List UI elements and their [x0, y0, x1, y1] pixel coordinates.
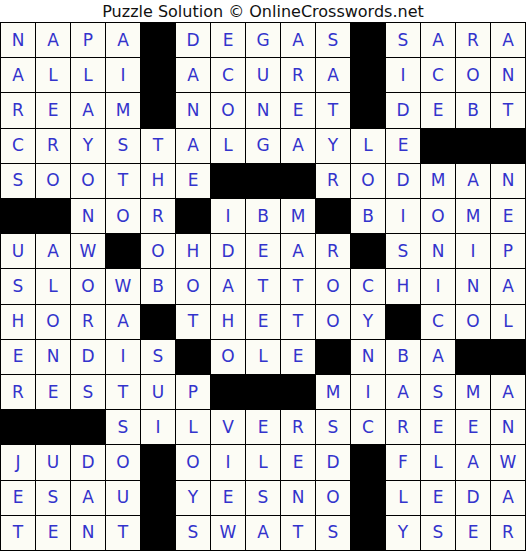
grid-cell[interactable]: N: [71, 516, 105, 550]
grid-cell[interactable]: L: [491, 305, 525, 339]
grid-cell[interactable]: N: [491, 58, 525, 92]
grid-cell[interactable]: R: [36, 129, 70, 163]
grid-cell[interactable]: A: [316, 58, 350, 92]
grid-cell[interactable]: S: [316, 410, 350, 444]
grid-cell[interactable]: E: [456, 410, 490, 444]
grid-cell[interactable]: E: [421, 410, 455, 444]
grid-cell[interactable]: W: [211, 516, 245, 550]
grid-cell[interactable]: M: [456, 199, 490, 233]
block-cell: [141, 481, 175, 515]
grid-cell[interactable]: L: [71, 58, 105, 92]
grid-cell[interactable]: E: [1, 340, 35, 374]
grid-cell[interactable]: O: [141, 234, 175, 268]
grid-cell[interactable]: O: [421, 199, 455, 233]
grid-cell[interactable]: Y: [386, 516, 420, 550]
block-cell: [351, 516, 385, 550]
grid-cell[interactable]: A: [246, 516, 280, 550]
block-cell: [351, 234, 385, 268]
block-cell: [351, 93, 385, 127]
grid-cell[interactable]: T: [281, 269, 315, 303]
block-cell: [421, 129, 455, 163]
grid-cell[interactable]: B: [351, 199, 385, 233]
grid-cell[interactable]: C: [1, 129, 35, 163]
grid-cell[interactable]: E: [1, 481, 35, 515]
grid-cell[interactable]: W: [106, 269, 140, 303]
grid-cell[interactable]: R: [386, 410, 420, 444]
block-cell: [281, 164, 315, 198]
block-cell: [36, 410, 70, 444]
grid-cell[interactable]: M: [456, 375, 490, 409]
grid-cell[interactable]: W: [71, 234, 105, 268]
grid-cell[interactable]: B: [456, 93, 490, 127]
grid-cell[interactable]: A: [421, 23, 455, 57]
grid-cell[interactable]: H: [176, 234, 210, 268]
grid-cell[interactable]: O: [176, 445, 210, 479]
grid-cell[interactable]: D: [386, 164, 420, 198]
grid-cell[interactable]: E: [421, 481, 455, 515]
grid-cell[interactable]: E: [36, 375, 70, 409]
grid-cell[interactable]: L: [36, 58, 70, 92]
grid-cell[interactable]: V: [211, 410, 245, 444]
grid-cell[interactable]: H: [1, 305, 35, 339]
grid-cell[interactable]: N: [491, 410, 525, 444]
grid-cell[interactable]: T: [491, 93, 525, 127]
grid-cell[interactable]: E: [176, 164, 210, 198]
grid-cell[interactable]: C: [351, 269, 385, 303]
grid-cell[interactable]: N: [421, 234, 455, 268]
grid-cell[interactable]: J: [1, 445, 35, 479]
block-cell: [106, 234, 140, 268]
grid-cell[interactable]: D: [71, 445, 105, 479]
block-cell: [71, 410, 105, 444]
grid-cell[interactable]: T: [141, 129, 175, 163]
grid-cell[interactable]: Y: [71, 129, 105, 163]
block-cell: [141, 58, 175, 92]
grid-cell[interactable]: N: [1, 23, 35, 57]
grid-cell[interactable]: B: [246, 199, 280, 233]
block-cell: [211, 375, 245, 409]
grid-cell[interactable]: S: [316, 516, 350, 550]
grid-cell[interactable]: N: [36, 340, 70, 374]
grid-cell[interactable]: B: [386, 340, 420, 374]
grid-cell[interactable]: E: [246, 234, 280, 268]
grid-cell[interactable]: P: [491, 234, 525, 268]
grid-cell[interactable]: N: [491, 164, 525, 198]
block-cell: [456, 340, 490, 374]
grid-cell[interactable]: R: [71, 305, 105, 339]
page-title: Puzzle Solution © OnlineCrosswords.net: [0, 0, 526, 22]
block-cell: [281, 375, 315, 409]
grid-cell[interactable]: I: [386, 58, 420, 92]
grid-cell[interactable]: A: [491, 269, 525, 303]
grid-cell[interactable]: E: [386, 129, 420, 163]
grid-cell[interactable]: I: [351, 375, 385, 409]
grid-cell[interactable]: T: [246, 269, 280, 303]
grid-cell[interactable]: S: [1, 269, 35, 303]
grid-cell[interactable]: L: [246, 340, 280, 374]
grid-cell[interactable]: E: [456, 516, 490, 550]
grid-cell[interactable]: L: [246, 445, 280, 479]
grid-cell[interactable]: U: [106, 481, 140, 515]
grid-cell[interactable]: S: [106, 129, 140, 163]
grid-cell[interactable]: E: [36, 93, 70, 127]
grid-cell[interactable]: D: [211, 234, 245, 268]
grid-cell[interactable]: O: [211, 93, 245, 127]
grid-cell[interactable]: U: [246, 58, 280, 92]
grid-cell[interactable]: E: [246, 410, 280, 444]
grid-cell[interactable]: C: [211, 58, 245, 92]
grid-cell[interactable]: N: [246, 93, 280, 127]
grid-cell[interactable]: A: [456, 164, 490, 198]
grid-cell[interactable]: R: [281, 58, 315, 92]
grid-cell[interactable]: O: [316, 481, 350, 515]
grid-cell[interactable]: L: [36, 269, 70, 303]
grid-cell[interactable]: S: [71, 375, 105, 409]
grid-cell[interactable]: D: [71, 340, 105, 374]
grid-cell[interactable]: E: [211, 23, 245, 57]
grid-cell[interactable]: S: [36, 481, 70, 515]
grid-cell[interactable]: A: [491, 375, 525, 409]
block-cell: [1, 410, 35, 444]
grid-cell[interactable]: S: [176, 516, 210, 550]
grid-cell[interactable]: T: [106, 375, 140, 409]
grid-cell[interactable]: N: [456, 269, 490, 303]
block-cell: [316, 199, 350, 233]
grid-cell[interactable]: R: [316, 164, 350, 198]
grid-cell[interactable]: L: [386, 481, 420, 515]
grid-cell[interactable]: I: [141, 410, 175, 444]
grid-cell[interactable]: R: [456, 23, 490, 57]
grid-cell[interactable]: L: [421, 445, 455, 479]
grid-cell[interactable]: A: [71, 481, 105, 515]
grid-cell[interactable]: L: [176, 410, 210, 444]
grid-cell[interactable]: A: [106, 305, 140, 339]
grid-cell[interactable]: P: [71, 23, 105, 57]
grid-cell[interactable]: R: [316, 234, 350, 268]
grid-cell[interactable]: Y: [316, 129, 350, 163]
grid-cell[interactable]: S: [421, 516, 455, 550]
grid-cell[interactable]: E: [281, 445, 315, 479]
grid-cell[interactable]: L: [351, 129, 385, 163]
grid-cell[interactable]: T: [281, 516, 315, 550]
grid-cell[interactable]: A: [36, 234, 70, 268]
block-cell: [456, 129, 490, 163]
grid-cell[interactable]: O: [176, 269, 210, 303]
grid-cell[interactable]: T: [316, 93, 350, 127]
grid-cell[interactable]: W: [491, 445, 525, 479]
grid-cell[interactable]: A: [71, 93, 105, 127]
grid-cell[interactable]: A: [36, 23, 70, 57]
grid-cell[interactable]: L: [211, 129, 245, 163]
block-cell: [141, 445, 175, 479]
grid-cell[interactable]: C: [421, 58, 455, 92]
grid-cell[interactable]: M: [421, 164, 455, 198]
grid-cell[interactable]: I: [211, 199, 245, 233]
grid-cell[interactable]: N: [281, 481, 315, 515]
grid-cell[interactable]: U: [141, 375, 175, 409]
grid-cell[interactable]: S: [386, 234, 420, 268]
grid-cell[interactable]: S: [316, 23, 350, 57]
grid-cell[interactable]: G: [246, 129, 280, 163]
block-cell: [1, 199, 35, 233]
block-cell: [211, 164, 245, 198]
grid-cell[interactable]: O: [71, 164, 105, 198]
grid-cell[interactable]: A: [281, 23, 315, 57]
grid-cell[interactable]: D: [316, 445, 350, 479]
grid-cell[interactable]: O: [456, 58, 490, 92]
grid-cell[interactable]: N: [176, 93, 210, 127]
grid-cell[interactable]: O: [106, 199, 140, 233]
grid-cell[interactable]: E: [281, 93, 315, 127]
grid-cell[interactable]: A: [281, 129, 315, 163]
grid-cell[interactable]: R: [1, 375, 35, 409]
grid-cell[interactable]: H: [386, 269, 420, 303]
grid-cell[interactable]: A: [386, 375, 420, 409]
grid-cell[interactable]: E: [211, 481, 245, 515]
grid-cell[interactable]: U: [36, 445, 70, 479]
grid-cell[interactable]: S: [1, 164, 35, 198]
grid-cell[interactable]: E: [281, 340, 315, 374]
grid-cell[interactable]: O: [106, 445, 140, 479]
block-cell: [246, 164, 280, 198]
grid-cell[interactable]: E: [421, 93, 455, 127]
grid-cell[interactable]: S: [141, 340, 175, 374]
grid-cell[interactable]: M: [106, 93, 140, 127]
grid-cell[interactable]: O: [71, 269, 105, 303]
grid-cell[interactable]: T: [1, 516, 35, 550]
grid-cell[interactable]: I: [421, 269, 455, 303]
block-cell: [351, 23, 385, 57]
block-cell: [141, 93, 175, 127]
grid-cell[interactable]: N: [71, 199, 105, 233]
grid-cell[interactable]: D: [456, 481, 490, 515]
grid-cell[interactable]: H: [141, 164, 175, 198]
grid-cell[interactable]: R: [491, 516, 525, 550]
grid-cell[interactable]: A: [106, 23, 140, 57]
grid-cell[interactable]: B: [141, 269, 175, 303]
block-cell: [351, 481, 385, 515]
grid-cell[interactable]: A: [176, 129, 210, 163]
block-cell: [316, 340, 350, 374]
grid-cell[interactable]: D: [176, 23, 210, 57]
grid-cell[interactable]: D: [386, 93, 420, 127]
block-cell: [141, 516, 175, 550]
crossword-grid: NAPADEGASSARAALLIACURAICONREAMNONETDEBTC…: [0, 22, 526, 551]
block-cell: [246, 375, 280, 409]
grid-cell[interactable]: I: [106, 340, 140, 374]
grid-cell[interactable]: I: [211, 445, 245, 479]
grid-cell[interactable]: F: [386, 445, 420, 479]
grid-cell[interactable]: O: [36, 305, 70, 339]
grid-cell[interactable]: O: [351, 164, 385, 198]
grid-cell[interactable]: Y: [176, 481, 210, 515]
block-cell: [491, 340, 525, 374]
grid-cell[interactable]: I: [456, 234, 490, 268]
grid-cell[interactable]: A: [491, 481, 525, 515]
block-cell: [351, 445, 385, 479]
grid-cell[interactable]: A: [281, 234, 315, 268]
block-cell: [36, 199, 70, 233]
grid-cell[interactable]: O: [316, 305, 350, 339]
grid-cell[interactable]: T: [106, 164, 140, 198]
grid-cell[interactable]: E: [36, 516, 70, 550]
grid-cell[interactable]: S: [246, 481, 280, 515]
grid-cell[interactable]: A: [456, 445, 490, 479]
block-cell: [491, 129, 525, 163]
grid-cell[interactable]: R: [1, 93, 35, 127]
grid-cell[interactable]: R: [281, 410, 315, 444]
grid-cell[interactable]: P: [176, 375, 210, 409]
grid-cell[interactable]: C: [421, 305, 455, 339]
block-cell: [141, 305, 175, 339]
grid-cell[interactable]: G: [246, 23, 280, 57]
grid-cell[interactable]: T: [106, 516, 140, 550]
grid-cell[interactable]: O: [316, 269, 350, 303]
grid-cell[interactable]: A: [211, 269, 245, 303]
grid-cell[interactable]: A: [421, 340, 455, 374]
grid-cell[interactable]: S: [386, 23, 420, 57]
grid-cell[interactable]: M: [281, 199, 315, 233]
grid-cell[interactable]: T: [176, 305, 210, 339]
grid-cell[interactable]: I: [106, 58, 140, 92]
block-cell: [176, 199, 210, 233]
grid-cell[interactable]: U: [1, 234, 35, 268]
grid-cell[interactable]: O: [36, 164, 70, 198]
block-cell: [176, 340, 210, 374]
grid-cell[interactable]: A: [1, 58, 35, 92]
grid-cell[interactable]: S: [106, 410, 140, 444]
grid-cell[interactable]: O: [456, 305, 490, 339]
grid-cell[interactable]: A: [176, 58, 210, 92]
block-cell: [141, 23, 175, 57]
grid-cell[interactable]: N: [351, 340, 385, 374]
grid-cell[interactable]: M: [316, 375, 350, 409]
grid-cell[interactable]: Y: [351, 305, 385, 339]
grid-cell[interactable]: C: [351, 410, 385, 444]
grid-cell[interactable]: S: [421, 375, 455, 409]
grid-cell[interactable]: E: [246, 305, 280, 339]
block-cell: [351, 58, 385, 92]
grid-cell[interactable]: T: [281, 305, 315, 339]
grid-cell[interactable]: A: [491, 23, 525, 57]
grid-cell[interactable]: R: [141, 199, 175, 233]
grid-cell[interactable]: H: [211, 305, 245, 339]
grid-cell[interactable]: O: [211, 340, 245, 374]
grid-cell[interactable]: E: [491, 199, 525, 233]
grid-cell[interactable]: I: [386, 199, 420, 233]
block-cell: [386, 305, 420, 339]
